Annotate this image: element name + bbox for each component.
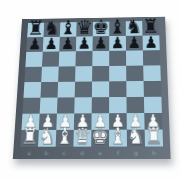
piece-white-pawn: ♟ (111, 113, 125, 131)
coordinate-label: g (134, 149, 138, 157)
square-f3 (109, 97, 127, 113)
square-c5 (58, 66, 75, 82)
piece-black-rook: ♜ (142, 17, 159, 37)
square-g6 (126, 50, 143, 65)
square-d1: ♛ (73, 130, 91, 147)
square-c1: ♝ (56, 130, 74, 147)
square-c2: ♟ (56, 113, 74, 129)
board-perspective-wrapper: ♜♞♝♛♚♝♞♜♟♟♟♟♟♟♟♟♟♟♟♟♟♟♟♟♜♞♝♛♚♝♞♜ abcdefg… (13, 17, 171, 159)
square-e3 (92, 97, 109, 113)
piece-black-queen: ♛ (76, 18, 93, 37)
square-a8: ♜ (27, 23, 44, 38)
piece-black-pawn: ♟ (44, 37, 58, 53)
square-g1: ♞ (127, 130, 145, 147)
coordinate-label: h (152, 149, 156, 157)
piece-black-pawn: ♟ (61, 36, 75, 52)
square-b5 (41, 67, 58, 82)
square-e7: ♟ (93, 36, 110, 51)
square-e2: ♟ (91, 113, 109, 130)
piece-black-pawn: ♟ (94, 36, 107, 52)
piece-white-pawn: ♟ (23, 113, 38, 130)
square-h4 (144, 81, 162, 97)
square-a6 (25, 52, 42, 67)
square-a5 (24, 67, 42, 82)
square-b3 (40, 98, 58, 114)
piece-black-pawn: ♟ (144, 35, 158, 51)
coordinate-label: e (98, 149, 102, 157)
square-b6 (42, 52, 59, 67)
square-h7: ♟ (143, 35, 160, 50)
square-d6 (75, 51, 92, 66)
square-h2: ♟ (144, 113, 162, 130)
square-g7: ♟ (126, 36, 143, 51)
piece-black-king: ♚ (93, 18, 110, 37)
square-g2: ♟ (127, 113, 145, 130)
square-b7: ♟ (43, 37, 60, 52)
square-a7: ♟ (26, 37, 43, 52)
square-e8: ♚ (93, 22, 110, 37)
square-f8: ♝ (109, 21, 126, 36)
coordinate-label: f (117, 149, 119, 157)
piece-black-rook: ♜ (27, 19, 44, 38)
piece-black-bishop: ♝ (60, 18, 77, 37)
square-c6 (59, 51, 76, 66)
coordinate-label: d (80, 149, 84, 157)
square-f7: ♟ (109, 36, 126, 51)
square-e6 (92, 51, 109, 66)
square-d4 (75, 82, 92, 98)
square-b4 (40, 82, 58, 98)
square-f5 (109, 66, 126, 82)
square-a3 (22, 98, 40, 114)
photo-background: ♜♞♝♛♚♝♞♜♟♟♟♟♟♟♟♟♟♟♟♟♟♟♟♟♜♞♝♛♚♝♞♜ abcdefg… (0, 0, 180, 180)
coordinate-label: b (44, 150, 48, 158)
square-g8: ♞ (126, 21, 143, 36)
coordinate-label: c (63, 149, 67, 157)
piece-black-pawn: ♟ (111, 36, 124, 52)
square-d3 (74, 97, 92, 113)
square-e5 (92, 66, 109, 82)
piece-white-pawn: ♟ (146, 113, 161, 131)
square-b8: ♞ (43, 22, 60, 37)
chess-board: ♜♞♝♛♚♝♞♜♟♟♟♟♟♟♟♟♟♟♟♟♟♟♟♟♜♞♝♛♚♝♞♜ abcdefg… (13, 17, 171, 159)
square-f4 (109, 81, 126, 97)
piece-black-bishop: ♝ (109, 17, 126, 37)
square-e4 (92, 81, 109, 97)
square-e1: ♚ (91, 130, 109, 147)
piece-black-pawn: ♟ (128, 35, 142, 51)
piece-black-pawn: ♟ (78, 36, 92, 52)
square-c4 (58, 82, 76, 98)
square-g4 (126, 81, 144, 97)
square-h6 (143, 50, 160, 65)
file-coordinates: abcdefgh (20, 149, 164, 157)
square-d8: ♛ (76, 22, 93, 37)
square-f2: ♟ (109, 113, 127, 130)
square-c3 (57, 97, 75, 113)
piece-black-pawn: ♟ (28, 37, 42, 53)
square-f1: ♝ (109, 130, 127, 147)
square-d7: ♟ (76, 36, 93, 51)
square-b2: ♟ (39, 114, 57, 130)
board-grid: ♜♞♝♛♚♝♞♜♟♟♟♟♟♟♟♟♟♟♟♟♟♟♟♟♜♞♝♛♚♝♞♜ (20, 21, 163, 147)
piece-black-knight: ♞ (126, 17, 143, 37)
square-b1: ♞ (38, 130, 56, 147)
square-f6 (109, 51, 126, 66)
piece-black-knight: ♞ (43, 18, 60, 37)
square-g3 (126, 97, 144, 113)
square-a4 (23, 82, 41, 98)
piece-white-pawn: ♟ (41, 113, 56, 131)
square-h5 (143, 65, 161, 81)
square-d5 (75, 66, 92, 82)
square-c8: ♝ (60, 22, 77, 37)
square-a1: ♜ (20, 130, 38, 147)
square-d2: ♟ (74, 113, 92, 130)
coordinate-label: a (27, 150, 31, 158)
piece-white-pawn: ♟ (93, 113, 107, 131)
square-a2: ♟ (21, 114, 39, 130)
square-h1: ♜ (145, 130, 163, 147)
square-c7: ♟ (59, 37, 76, 52)
square-g5 (126, 66, 143, 82)
piece-white-pawn: ♟ (76, 113, 90, 131)
piece-white-pawn: ♟ (58, 113, 72, 131)
square-h3 (144, 97, 162, 113)
piece-white-pawn: ♟ (128, 113, 142, 131)
square-h8: ♜ (142, 21, 159, 36)
